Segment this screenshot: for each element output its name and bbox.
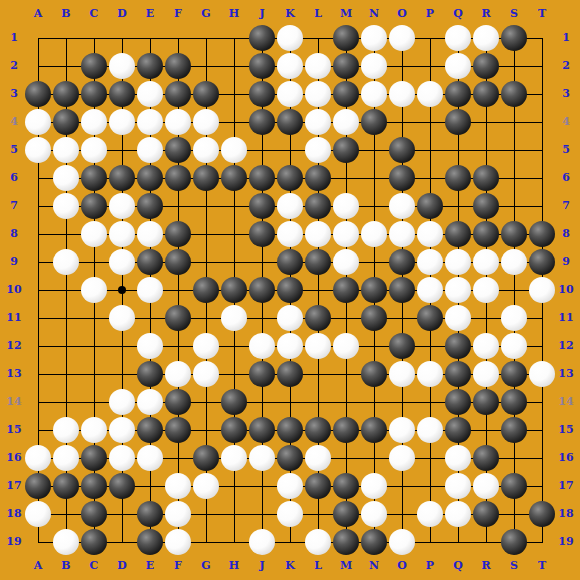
- black-stone: [249, 109, 275, 135]
- white-stone: [361, 25, 387, 51]
- black-stone: [361, 305, 387, 331]
- black-stone: [333, 473, 359, 499]
- black-stone: [333, 137, 359, 163]
- black-stone: [249, 277, 275, 303]
- white-stone: [221, 305, 247, 331]
- black-stone: [305, 249, 331, 275]
- column-label-bottom: K: [277, 559, 303, 572]
- white-stone: [445, 501, 471, 527]
- black-stone: [333, 25, 359, 51]
- black-stone: [193, 277, 219, 303]
- white-stone: [529, 361, 555, 387]
- grid-line-horizontal: [38, 542, 543, 543]
- white-stone: [277, 333, 303, 359]
- column-label-bottom: J: [249, 559, 275, 572]
- row-label-right: 13: [553, 367, 579, 380]
- column-label-bottom: D: [109, 559, 135, 572]
- white-stone: [109, 109, 135, 135]
- row-label-left: 1: [1, 31, 27, 44]
- black-stone: [137, 165, 163, 191]
- white-stone: [529, 277, 555, 303]
- white-stone: [333, 193, 359, 219]
- black-stone: [165, 389, 191, 415]
- white-stone: [109, 221, 135, 247]
- white-stone: [417, 417, 443, 443]
- white-stone: [473, 333, 499, 359]
- black-stone: [529, 501, 555, 527]
- white-stone: [25, 501, 51, 527]
- column-label-bottom: S: [501, 559, 527, 572]
- black-stone: [389, 137, 415, 163]
- column-label-top: N: [361, 7, 387, 20]
- black-stone: [445, 221, 471, 247]
- white-stone: [417, 361, 443, 387]
- black-stone: [389, 249, 415, 275]
- column-label-bottom: F: [165, 559, 191, 572]
- column-label-bottom: N: [361, 559, 387, 572]
- black-stone: [445, 81, 471, 107]
- black-stone: [137, 529, 163, 555]
- row-label-right: 8: [553, 227, 579, 240]
- black-stone: [333, 417, 359, 443]
- white-stone: [445, 445, 471, 471]
- white-stone: [389, 221, 415, 247]
- white-stone: [445, 25, 471, 51]
- black-stone: [417, 305, 443, 331]
- star-point: [118, 286, 126, 294]
- white-stone: [25, 109, 51, 135]
- white-stone: [53, 445, 79, 471]
- row-label-right: 12: [553, 339, 579, 352]
- white-stone: [221, 137, 247, 163]
- black-stone: [249, 417, 275, 443]
- white-stone: [389, 417, 415, 443]
- black-stone: [165, 249, 191, 275]
- white-stone: [417, 81, 443, 107]
- row-label-left: 19: [1, 535, 27, 548]
- white-stone: [445, 53, 471, 79]
- white-stone: [389, 81, 415, 107]
- black-stone: [501, 389, 527, 415]
- black-stone: [473, 53, 499, 79]
- black-stone: [221, 277, 247, 303]
- black-stone: [249, 81, 275, 107]
- white-stone: [81, 277, 107, 303]
- row-label-left: 11: [1, 311, 27, 324]
- column-label-top: M: [333, 7, 359, 20]
- white-stone: [53, 165, 79, 191]
- white-stone: [277, 25, 303, 51]
- white-stone: [193, 361, 219, 387]
- black-stone: [165, 81, 191, 107]
- white-stone: [53, 417, 79, 443]
- black-stone: [81, 81, 107, 107]
- white-stone: [137, 389, 163, 415]
- white-stone: [137, 109, 163, 135]
- white-stone: [277, 53, 303, 79]
- black-stone: [417, 193, 443, 219]
- white-stone: [109, 53, 135, 79]
- black-stone: [501, 473, 527, 499]
- row-label-left: 2: [1, 59, 27, 72]
- white-stone: [417, 221, 443, 247]
- black-stone: [221, 389, 247, 415]
- column-label-top: P: [417, 7, 443, 20]
- column-label-bottom: C: [81, 559, 107, 572]
- row-label-left: 9: [1, 255, 27, 268]
- column-label-top: K: [277, 7, 303, 20]
- row-label-left: 4: [1, 115, 27, 128]
- white-stone: [81, 137, 107, 163]
- row-label-right: 1: [553, 31, 579, 44]
- black-stone: [473, 389, 499, 415]
- black-stone: [81, 193, 107, 219]
- white-stone: [445, 305, 471, 331]
- white-stone: [109, 389, 135, 415]
- black-stone: [53, 473, 79, 499]
- black-stone: [445, 109, 471, 135]
- white-stone: [25, 137, 51, 163]
- black-stone: [305, 165, 331, 191]
- white-stone: [305, 137, 331, 163]
- white-stone: [109, 305, 135, 331]
- white-stone: [53, 529, 79, 555]
- white-stone: [417, 249, 443, 275]
- white-stone: [81, 109, 107, 135]
- column-label-top: R: [473, 7, 499, 20]
- white-stone: [277, 221, 303, 247]
- black-stone: [473, 445, 499, 471]
- row-label-left: 7: [1, 199, 27, 212]
- column-label-top: O: [389, 7, 415, 20]
- white-stone: [193, 109, 219, 135]
- black-stone: [445, 417, 471, 443]
- white-stone: [473, 361, 499, 387]
- column-label-top: B: [53, 7, 79, 20]
- row-label-right: 14: [553, 395, 579, 408]
- column-label-top: S: [501, 7, 527, 20]
- column-label-bottom: O: [389, 559, 415, 572]
- row-label-right: 6: [553, 171, 579, 184]
- white-stone: [473, 249, 499, 275]
- white-stone: [277, 81, 303, 107]
- row-label-right: 15: [553, 423, 579, 436]
- column-label-bottom: H: [221, 559, 247, 572]
- black-stone: [305, 473, 331, 499]
- black-stone: [165, 165, 191, 191]
- white-stone: [165, 361, 191, 387]
- black-stone: [529, 221, 555, 247]
- white-stone: [389, 445, 415, 471]
- white-stone: [53, 193, 79, 219]
- white-stone: [473, 473, 499, 499]
- column-label-top: H: [221, 7, 247, 20]
- column-label-top: G: [193, 7, 219, 20]
- white-stone: [137, 81, 163, 107]
- row-label-right: 7: [553, 199, 579, 212]
- white-stone: [333, 221, 359, 247]
- black-stone: [109, 81, 135, 107]
- white-stone: [165, 473, 191, 499]
- white-stone: [137, 445, 163, 471]
- black-stone: [445, 165, 471, 191]
- row-label-left: 10: [1, 283, 27, 296]
- black-stone: [333, 501, 359, 527]
- black-stone: [193, 445, 219, 471]
- black-stone: [25, 81, 51, 107]
- black-stone: [137, 501, 163, 527]
- black-stone: [221, 417, 247, 443]
- black-stone: [109, 473, 135, 499]
- black-stone: [277, 417, 303, 443]
- white-stone: [193, 333, 219, 359]
- white-stone: [305, 333, 331, 359]
- black-stone: [501, 417, 527, 443]
- white-stone: [277, 501, 303, 527]
- black-stone: [81, 165, 107, 191]
- white-stone: [137, 221, 163, 247]
- white-stone: [501, 333, 527, 359]
- black-stone: [305, 193, 331, 219]
- white-stone: [473, 25, 499, 51]
- black-stone: [473, 193, 499, 219]
- white-stone: [137, 277, 163, 303]
- black-stone: [249, 25, 275, 51]
- white-stone: [473, 277, 499, 303]
- white-stone: [137, 137, 163, 163]
- white-stone: [109, 249, 135, 275]
- white-stone: [333, 249, 359, 275]
- white-stone: [361, 221, 387, 247]
- black-stone: [473, 81, 499, 107]
- white-stone: [389, 193, 415, 219]
- white-stone: [109, 445, 135, 471]
- white-stone: [81, 417, 107, 443]
- black-stone: [137, 361, 163, 387]
- black-stone: [165, 305, 191, 331]
- black-stone: [389, 277, 415, 303]
- row-label-right: 10: [553, 283, 579, 296]
- row-label-left: 12: [1, 339, 27, 352]
- column-label-bottom: A: [25, 559, 51, 572]
- row-label-left: 16: [1, 451, 27, 464]
- column-label-bottom: M: [333, 559, 359, 572]
- white-stone: [165, 109, 191, 135]
- white-stone: [109, 193, 135, 219]
- white-stone: [81, 221, 107, 247]
- black-stone: [249, 165, 275, 191]
- black-stone: [445, 389, 471, 415]
- column-label-top: T: [529, 7, 555, 20]
- white-stone: [53, 249, 79, 275]
- column-label-bottom: R: [473, 559, 499, 572]
- white-stone: [445, 473, 471, 499]
- white-stone: [277, 305, 303, 331]
- row-label-left: 6: [1, 171, 27, 184]
- black-stone: [53, 109, 79, 135]
- black-stone: [501, 529, 527, 555]
- white-stone: [249, 445, 275, 471]
- black-stone: [249, 53, 275, 79]
- black-stone: [137, 53, 163, 79]
- black-stone: [221, 165, 247, 191]
- white-stone: [249, 529, 275, 555]
- white-stone: [389, 529, 415, 555]
- black-stone: [109, 165, 135, 191]
- white-stone: [193, 473, 219, 499]
- white-stone: [305, 221, 331, 247]
- black-stone: [165, 417, 191, 443]
- black-stone: [25, 473, 51, 499]
- black-stone: [305, 305, 331, 331]
- black-stone: [277, 249, 303, 275]
- column-label-top: F: [165, 7, 191, 20]
- black-stone: [501, 221, 527, 247]
- column-label-bottom: P: [417, 559, 443, 572]
- black-stone: [277, 445, 303, 471]
- column-label-bottom: T: [529, 559, 555, 572]
- white-stone: [221, 445, 247, 471]
- white-stone: [165, 529, 191, 555]
- white-stone: [445, 277, 471, 303]
- white-stone: [305, 529, 331, 555]
- white-stone: [305, 109, 331, 135]
- white-stone: [333, 333, 359, 359]
- black-stone: [473, 165, 499, 191]
- row-label-left: 3: [1, 87, 27, 100]
- row-label-left: 15: [1, 423, 27, 436]
- row-label-right: 9: [553, 255, 579, 268]
- white-stone: [305, 81, 331, 107]
- row-label-right: 3: [553, 87, 579, 100]
- black-stone: [389, 333, 415, 359]
- black-stone: [81, 529, 107, 555]
- black-stone: [445, 333, 471, 359]
- white-stone: [305, 53, 331, 79]
- grid-line-vertical: [514, 38, 515, 543]
- row-label-right: 16: [553, 451, 579, 464]
- white-stone: [389, 361, 415, 387]
- white-stone: [361, 501, 387, 527]
- column-label-bottom: B: [53, 559, 79, 572]
- white-stone: [25, 445, 51, 471]
- black-stone: [277, 361, 303, 387]
- black-stone: [473, 221, 499, 247]
- column-label-top: D: [109, 7, 135, 20]
- column-label-bottom: Q: [445, 559, 471, 572]
- row-label-right: 4: [553, 115, 579, 128]
- column-label-bottom: L: [305, 559, 331, 572]
- row-label-right: 11: [553, 311, 579, 324]
- black-stone: [529, 249, 555, 275]
- black-stone: [501, 81, 527, 107]
- black-stone: [81, 53, 107, 79]
- column-label-top: J: [249, 7, 275, 20]
- row-label-left: 18: [1, 507, 27, 520]
- white-stone: [333, 109, 359, 135]
- white-stone: [277, 193, 303, 219]
- column-label-top: Q: [445, 7, 471, 20]
- row-label-left: 5: [1, 143, 27, 156]
- row-label-right: 17: [553, 479, 579, 492]
- column-label-top: A: [25, 7, 51, 20]
- go-board[interactable]: AABBCCDDEEFFGGHHJJKKLLMMNNOOPPQQRRSSTT11…: [0, 0, 580, 580]
- black-stone: [361, 417, 387, 443]
- row-label-right: 5: [553, 143, 579, 156]
- black-stone: [137, 249, 163, 275]
- black-stone: [193, 165, 219, 191]
- white-stone: [501, 249, 527, 275]
- black-stone: [249, 361, 275, 387]
- white-stone: [137, 333, 163, 359]
- black-stone: [193, 81, 219, 107]
- white-stone: [361, 53, 387, 79]
- row-label-right: 18: [553, 507, 579, 520]
- white-stone: [417, 277, 443, 303]
- white-stone: [305, 445, 331, 471]
- black-stone: [81, 501, 107, 527]
- white-stone: [445, 249, 471, 275]
- row-label-right: 2: [553, 59, 579, 72]
- row-label-left: 8: [1, 227, 27, 240]
- white-stone: [361, 473, 387, 499]
- black-stone: [473, 501, 499, 527]
- white-stone: [165, 501, 191, 527]
- black-stone: [249, 221, 275, 247]
- black-stone: [81, 445, 107, 471]
- black-stone: [53, 81, 79, 107]
- black-stone: [333, 81, 359, 107]
- row-label-left: 14: [1, 395, 27, 408]
- black-stone: [445, 361, 471, 387]
- black-stone: [361, 277, 387, 303]
- white-stone: [193, 137, 219, 163]
- black-stone: [361, 109, 387, 135]
- white-stone: [417, 501, 443, 527]
- black-stone: [277, 277, 303, 303]
- black-stone: [165, 221, 191, 247]
- white-stone: [361, 81, 387, 107]
- column-label-bottom: E: [137, 559, 163, 572]
- column-label-bottom: G: [193, 559, 219, 572]
- white-stone: [277, 473, 303, 499]
- black-stone: [361, 529, 387, 555]
- black-stone: [277, 109, 303, 135]
- row-label-left: 13: [1, 367, 27, 380]
- black-stone: [81, 473, 107, 499]
- column-label-top: C: [81, 7, 107, 20]
- black-stone: [501, 361, 527, 387]
- white-stone: [501, 305, 527, 331]
- black-stone: [165, 53, 191, 79]
- black-stone: [277, 165, 303, 191]
- black-stone: [333, 53, 359, 79]
- white-stone: [53, 137, 79, 163]
- black-stone: [137, 417, 163, 443]
- column-label-top: E: [137, 7, 163, 20]
- white-stone: [389, 25, 415, 51]
- black-stone: [165, 137, 191, 163]
- black-stone: [389, 165, 415, 191]
- black-stone: [333, 277, 359, 303]
- black-stone: [501, 25, 527, 51]
- black-stone: [137, 193, 163, 219]
- black-stone: [361, 361, 387, 387]
- black-stone: [333, 529, 359, 555]
- column-label-top: L: [305, 7, 331, 20]
- row-label-right: 19: [553, 535, 579, 548]
- white-stone: [249, 333, 275, 359]
